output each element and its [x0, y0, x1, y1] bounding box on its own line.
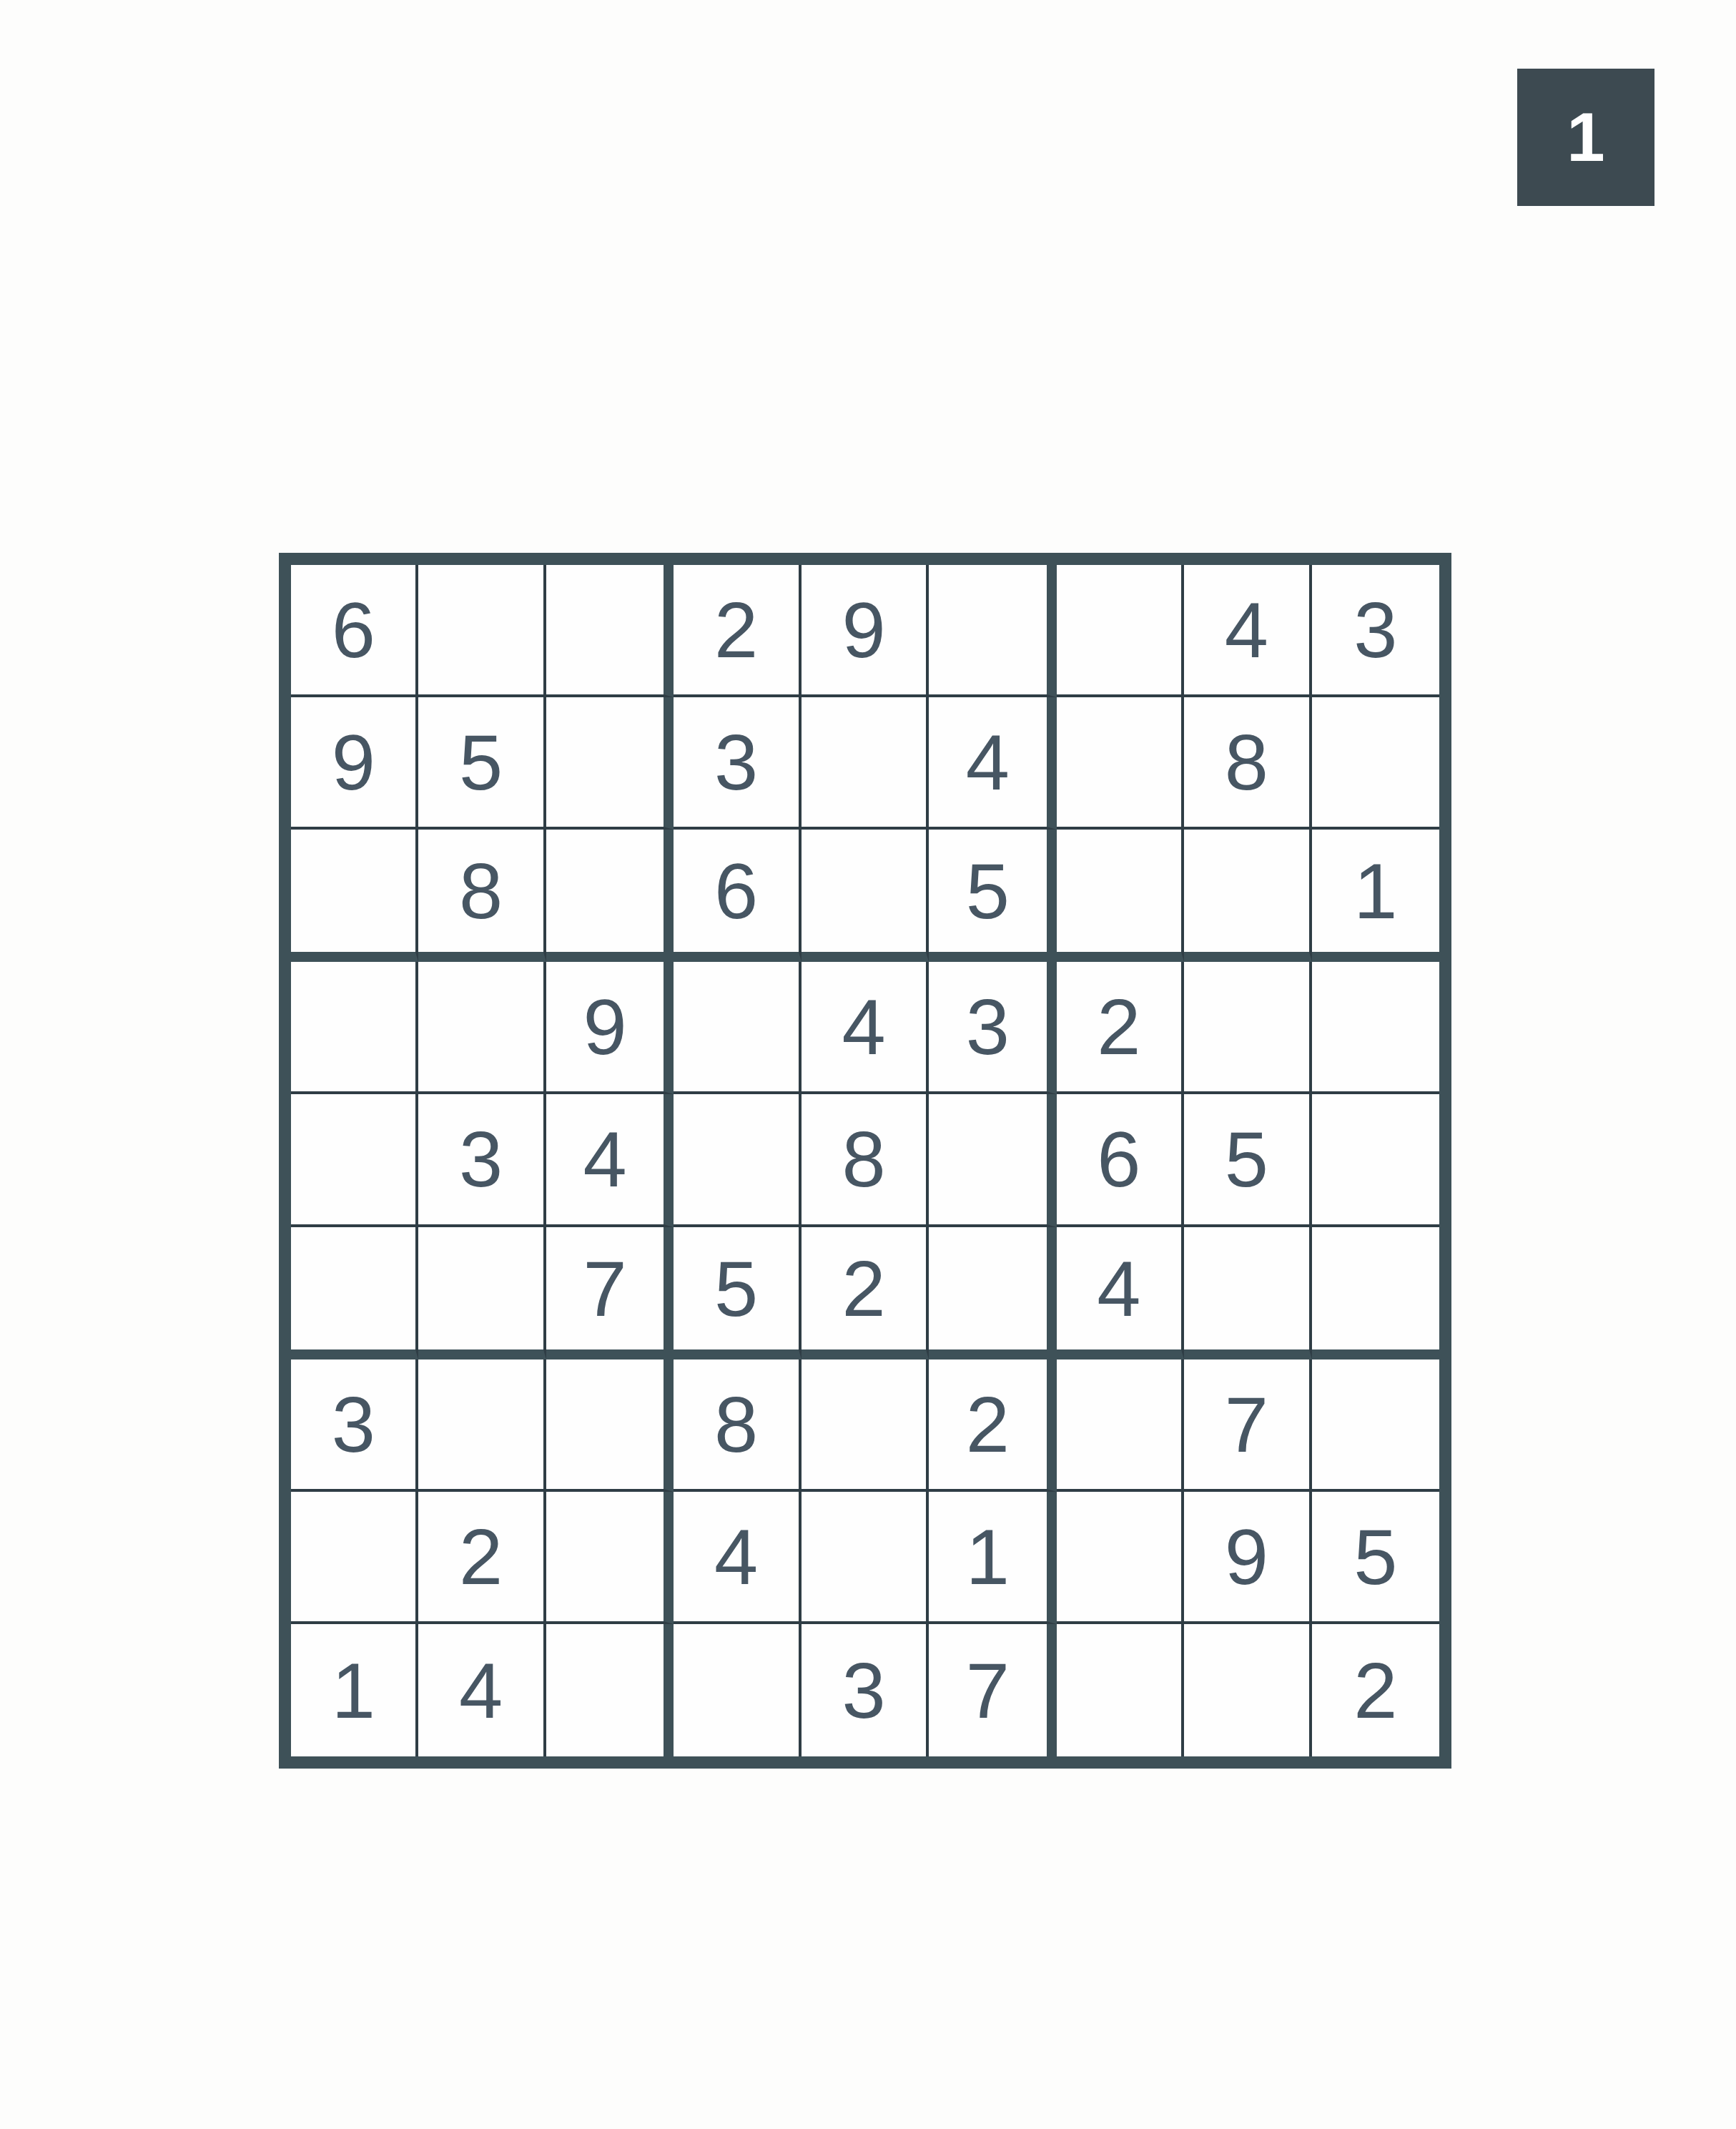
cell-r1c2[interactable] [418, 565, 546, 697]
cell-r1c4: 2 [674, 565, 801, 697]
cell-r5c5: 8 [802, 1094, 929, 1226]
cell-r9c6: 7 [929, 1624, 1056, 1756]
page-number: 1 [1567, 103, 1604, 172]
cell-r5c6[interactable] [929, 1094, 1056, 1226]
cell-r6c4: 5 [674, 1227, 801, 1359]
cell-r2c7[interactable] [1057, 697, 1184, 830]
cell-r6c8[interactable] [1184, 1227, 1311, 1359]
cell-r6c9[interactable] [1312, 1227, 1439, 1359]
cell-r3c3[interactable] [546, 830, 674, 962]
cell-r6c7: 4 [1057, 1227, 1184, 1359]
cell-r8c7[interactable] [1057, 1492, 1184, 1624]
cell-r3c9: 1 [1312, 830, 1439, 962]
cell-r5c3: 4 [546, 1094, 674, 1226]
cell-r5c7: 6 [1057, 1094, 1184, 1226]
cell-r9c8[interactable] [1184, 1624, 1311, 1756]
cell-r7c3[interactable] [546, 1359, 674, 1492]
cell-r8c8: 9 [1184, 1492, 1311, 1624]
cell-r7c9[interactable] [1312, 1359, 1439, 1492]
cell-r2c3[interactable] [546, 697, 674, 830]
cell-r8c4: 4 [674, 1492, 801, 1624]
cell-r8c5[interactable] [802, 1492, 929, 1624]
cell-r2c1: 9 [291, 697, 418, 830]
cell-r4c5: 4 [802, 962, 929, 1094]
page-number-badge: 1 [1517, 69, 1654, 206]
cell-r5c8: 5 [1184, 1094, 1311, 1226]
cell-r2c9[interactable] [1312, 697, 1439, 830]
cell-r2c2: 5 [418, 697, 546, 830]
cell-r9c1: 1 [291, 1624, 418, 1756]
cell-r1c7[interactable] [1057, 565, 1184, 697]
cell-r1c8: 4 [1184, 565, 1311, 697]
page: 1 62943953488651943234865752438272419514… [0, 0, 1736, 2129]
cell-r4c6: 3 [929, 962, 1056, 1094]
cell-r7c1: 3 [291, 1359, 418, 1492]
cell-r4c7: 2 [1057, 962, 1184, 1094]
cell-r2c6: 4 [929, 697, 1056, 830]
sudoku-board: 6294395348865194323486575243827241951437… [279, 553, 1451, 1769]
cell-r7c8: 7 [1184, 1359, 1311, 1492]
cell-r7c7[interactable] [1057, 1359, 1184, 1492]
cell-r1c5: 9 [802, 565, 929, 697]
cell-r8c1[interactable] [291, 1492, 418, 1624]
cell-r5c2: 3 [418, 1094, 546, 1226]
cell-r4c1[interactable] [291, 962, 418, 1094]
cell-r3c2: 8 [418, 830, 546, 962]
cell-r4c8[interactable] [1184, 962, 1311, 1094]
cell-r3c4: 6 [674, 830, 801, 962]
cell-r6c5: 2 [802, 1227, 929, 1359]
cell-r8c3[interactable] [546, 1492, 674, 1624]
cell-r4c2[interactable] [418, 962, 546, 1094]
cell-r7c4: 8 [674, 1359, 801, 1492]
cell-r9c5: 3 [802, 1624, 929, 1756]
cell-r1c3[interactable] [546, 565, 674, 697]
cell-r3c7[interactable] [1057, 830, 1184, 962]
cell-r7c2[interactable] [418, 1359, 546, 1492]
cell-r9c2: 4 [418, 1624, 546, 1756]
cell-r6c3: 7 [546, 1227, 674, 1359]
cell-r2c4: 3 [674, 697, 801, 830]
cell-r9c7[interactable] [1057, 1624, 1184, 1756]
cell-r4c9[interactable] [1312, 962, 1439, 1094]
cell-r3c8[interactable] [1184, 830, 1311, 962]
cell-r6c2[interactable] [418, 1227, 546, 1359]
cell-r5c9[interactable] [1312, 1094, 1439, 1226]
cell-r6c1[interactable] [291, 1227, 418, 1359]
cell-r5c1[interactable] [291, 1094, 418, 1226]
cell-r2c8: 8 [1184, 697, 1311, 830]
cell-r8c2: 2 [418, 1492, 546, 1624]
cell-r1c6[interactable] [929, 565, 1056, 697]
cell-r3c6: 5 [929, 830, 1056, 962]
cell-r7c6: 2 [929, 1359, 1056, 1492]
cell-r1c1: 6 [291, 565, 418, 697]
cell-r5c4[interactable] [674, 1094, 801, 1226]
cell-r8c6: 1 [929, 1492, 1056, 1624]
cell-r9c3[interactable] [546, 1624, 674, 1756]
cell-r2c5[interactable] [802, 697, 929, 830]
cell-r3c1[interactable] [291, 830, 418, 962]
cell-r9c4[interactable] [674, 1624, 801, 1756]
cell-r1c9: 3 [1312, 565, 1439, 697]
cell-r4c3: 9 [546, 962, 674, 1094]
cell-r8c9: 5 [1312, 1492, 1439, 1624]
cell-r3c5[interactable] [802, 830, 929, 962]
cell-r9c9: 2 [1312, 1624, 1439, 1756]
cell-r6c6[interactable] [929, 1227, 1056, 1359]
cell-r4c4[interactable] [674, 962, 801, 1094]
cell-r7c5[interactable] [802, 1359, 929, 1492]
